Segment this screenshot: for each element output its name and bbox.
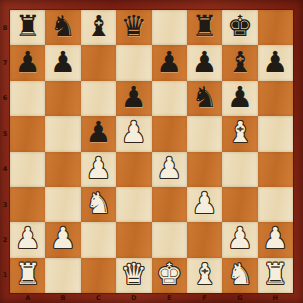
- square-b3[interactable]: [45, 187, 80, 222]
- square-e1[interactable]: ♚: [152, 258, 187, 293]
- white-rook[interactable]: ♜: [262, 258, 288, 292]
- square-c8[interactable]: ♝: [81, 10, 116, 45]
- white-knight[interactable]: ♞: [85, 187, 111, 221]
- square-e6[interactable]: [152, 81, 187, 116]
- black-pawn[interactable]: ♟: [50, 45, 76, 79]
- white-king[interactable]: ♚: [156, 258, 182, 292]
- white-pawn[interactable]: ♟: [227, 222, 253, 256]
- square-a5[interactable]: [10, 116, 45, 151]
- white-bishop[interactable]: ♝: [192, 258, 218, 292]
- square-d4[interactable]: [116, 152, 151, 187]
- square-a2[interactable]: ♟: [10, 222, 45, 257]
- square-b4[interactable]: [45, 152, 80, 187]
- square-a1[interactable]: ♜: [10, 258, 45, 293]
- black-rook[interactable]: ♜: [192, 10, 218, 44]
- rank-label-2: 2: [0, 222, 10, 257]
- black-pawn[interactable]: ♟: [192, 45, 218, 79]
- square-d8[interactable]: ♛: [116, 10, 151, 45]
- black-bishop[interactable]: ♝: [85, 10, 111, 44]
- file-label-d: D: [116, 293, 151, 303]
- file-labels: ABCDEFGH: [10, 293, 293, 303]
- square-f7[interactable]: ♟: [187, 45, 222, 80]
- file-label-b: B: [45, 293, 80, 303]
- square-d5[interactable]: ♟: [116, 116, 151, 151]
- square-f4[interactable]: [187, 152, 222, 187]
- white-pawn[interactable]: ♟: [192, 187, 218, 221]
- black-pawn[interactable]: ♟: [85, 116, 111, 150]
- black-queen[interactable]: ♛: [121, 10, 147, 44]
- rank-label-6: 6: [0, 81, 10, 116]
- square-c3[interactable]: ♞: [81, 187, 116, 222]
- square-e5[interactable]: [152, 116, 187, 151]
- chess-board: ♜♞♝♛♜♚♟♟♟♟♝♟♟♞♟♟♟♝♟♟♞♟♟♟♟♟♜♛♚♝♞♜: [10, 10, 293, 293]
- rank-label-5: 5: [0, 116, 10, 151]
- white-queen[interactable]: ♛: [121, 258, 147, 292]
- black-rook[interactable]: ♜: [15, 10, 41, 44]
- white-pawn[interactable]: ♟: [15, 222, 41, 256]
- square-g3[interactable]: [222, 187, 257, 222]
- square-e4[interactable]: ♟: [152, 152, 187, 187]
- rank-label-4: 4: [0, 152, 10, 187]
- rank-label-7: 7: [0, 45, 10, 80]
- rank-labels: 87654321: [0, 10, 10, 293]
- square-h1[interactable]: ♜: [258, 258, 293, 293]
- square-g7[interactable]: ♝: [222, 45, 257, 80]
- square-e7[interactable]: ♟: [152, 45, 187, 80]
- square-f5[interactable]: [187, 116, 222, 151]
- square-g8[interactable]: ♚: [222, 10, 257, 45]
- square-b1[interactable]: [45, 258, 80, 293]
- square-h3[interactable]: [258, 187, 293, 222]
- square-f8[interactable]: ♜: [187, 10, 222, 45]
- square-g6[interactable]: ♟: [222, 81, 257, 116]
- square-d7[interactable]: [116, 45, 151, 80]
- file-label-c: C: [81, 293, 116, 303]
- square-e2[interactable]: [152, 222, 187, 257]
- white-pawn[interactable]: ♟: [121, 116, 147, 150]
- board-frame: 87654321 ABCDEFGH ♜♞♝♛♜♚♟♟♟♟♝♟♟♞♟♟♟♝♟♟♞♟…: [0, 0, 303, 303]
- square-g5[interactable]: ♝: [222, 116, 257, 151]
- square-f6[interactable]: ♞: [187, 81, 222, 116]
- square-h2[interactable]: ♟: [258, 222, 293, 257]
- file-label-f: F: [187, 293, 222, 303]
- rank-label-8: 8: [0, 10, 10, 45]
- white-pawn[interactable]: ♟: [156, 152, 182, 186]
- square-a6[interactable]: [10, 81, 45, 116]
- file-label-g: G: [222, 293, 257, 303]
- square-h7[interactable]: ♟: [258, 45, 293, 80]
- file-label-h: H: [258, 293, 293, 303]
- black-knight[interactable]: ♞: [192, 81, 218, 115]
- square-d1[interactable]: ♛: [116, 258, 151, 293]
- black-knight[interactable]: ♞: [50, 10, 76, 44]
- black-pawn[interactable]: ♟: [227, 81, 253, 115]
- black-pawn[interactable]: ♟: [121, 81, 147, 115]
- black-pawn[interactable]: ♟: [156, 45, 182, 79]
- black-pawn[interactable]: ♟: [262, 45, 288, 79]
- square-b5[interactable]: [45, 116, 80, 151]
- square-a4[interactable]: [10, 152, 45, 187]
- square-c6[interactable]: [81, 81, 116, 116]
- square-c4[interactable]: ♟: [81, 152, 116, 187]
- black-king[interactable]: ♚: [227, 10, 253, 44]
- square-c5[interactable]: ♟: [81, 116, 116, 151]
- black-bishop[interactable]: ♝: [227, 45, 253, 79]
- white-pawn[interactable]: ♟: [50, 222, 76, 256]
- square-f2[interactable]: [187, 222, 222, 257]
- square-h8[interactable]: [258, 10, 293, 45]
- rank-label-1: 1: [0, 258, 10, 293]
- file-label-a: A: [10, 293, 45, 303]
- white-bishop[interactable]: ♝: [227, 116, 253, 150]
- square-b7[interactable]: ♟: [45, 45, 80, 80]
- square-c7[interactable]: [81, 45, 116, 80]
- square-h5[interactable]: [258, 116, 293, 151]
- file-label-e: E: [152, 293, 187, 303]
- square-b8[interactable]: ♞: [45, 10, 80, 45]
- square-h4[interactable]: [258, 152, 293, 187]
- rank-label-3: 3: [0, 187, 10, 222]
- white-rook[interactable]: ♜: [15, 258, 41, 292]
- square-e3[interactable]: [152, 187, 187, 222]
- square-g2[interactable]: ♟: [222, 222, 257, 257]
- square-c2[interactable]: [81, 222, 116, 257]
- square-f3[interactable]: ♟: [187, 187, 222, 222]
- white-knight[interactable]: ♞: [227, 258, 253, 292]
- square-g4[interactable]: [222, 152, 257, 187]
- white-pawn[interactable]: ♟: [262, 222, 288, 256]
- square-c1[interactable]: [81, 258, 116, 293]
- square-a3[interactable]: [10, 187, 45, 222]
- white-pawn[interactable]: ♟: [85, 152, 111, 186]
- square-b2[interactable]: ♟: [45, 222, 80, 257]
- square-b6[interactable]: [45, 81, 80, 116]
- square-d2[interactable]: [116, 222, 151, 257]
- square-a7[interactable]: ♟: [10, 45, 45, 80]
- black-pawn[interactable]: ♟: [15, 45, 41, 79]
- square-g1[interactable]: ♞: [222, 258, 257, 293]
- square-e8[interactable]: [152, 10, 187, 45]
- square-f1[interactable]: ♝: [187, 258, 222, 293]
- square-a8[interactable]: ♜: [10, 10, 45, 45]
- square-d3[interactable]: [116, 187, 151, 222]
- square-d6[interactable]: ♟: [116, 81, 151, 116]
- square-h6[interactable]: [258, 81, 293, 116]
